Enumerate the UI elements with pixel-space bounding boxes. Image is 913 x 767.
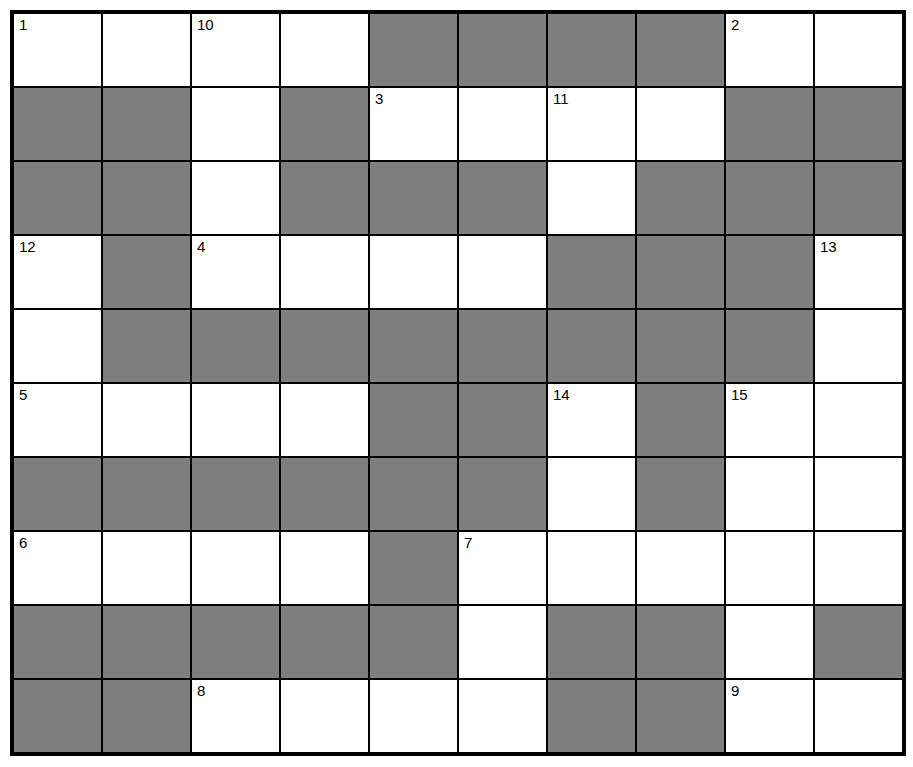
black-cell-r3c1 xyxy=(14,162,101,234)
black-cell-r10c1 xyxy=(14,680,101,752)
white-cell-r6c3[interactable] xyxy=(192,384,279,456)
white-cell-r1c3[interactable]: 10 xyxy=(192,14,279,86)
black-cell-r10c8 xyxy=(637,680,724,752)
black-cell-r6c6 xyxy=(459,384,546,456)
white-cell-r8c3[interactable] xyxy=(192,532,279,604)
white-cell-r8c7[interactable] xyxy=(548,532,635,604)
black-cell-r9c3 xyxy=(192,606,279,678)
black-cell-r1c7 xyxy=(548,14,635,86)
white-cell-r2c3[interactable] xyxy=(192,88,279,160)
black-cell-r5c5 xyxy=(370,310,457,382)
black-cell-r3c8 xyxy=(637,162,724,234)
clue-number-4: 4 xyxy=(197,238,205,255)
black-cell-r7c8 xyxy=(637,458,724,530)
black-cell-r9c8 xyxy=(637,606,724,678)
black-cell-r7c5 xyxy=(370,458,457,530)
black-cell-r2c9 xyxy=(726,88,813,160)
clue-number-13: 13 xyxy=(820,238,837,255)
clue-number-5: 5 xyxy=(19,386,27,403)
black-cell-r4c2 xyxy=(103,236,190,308)
black-cell-r5c2 xyxy=(103,310,190,382)
clue-number-14: 14 xyxy=(553,386,570,403)
white-cell-r10c5[interactable] xyxy=(370,680,457,752)
white-cell-r4c10[interactable]: 13 xyxy=(815,236,902,308)
white-cell-r5c1[interactable] xyxy=(14,310,101,382)
white-cell-r1c4[interactable] xyxy=(281,14,368,86)
black-cell-r7c3 xyxy=(192,458,279,530)
white-cell-r1c2[interactable] xyxy=(103,14,190,86)
white-cell-r2c6[interactable] xyxy=(459,88,546,160)
black-cell-r8c5 xyxy=(370,532,457,604)
crossword-board: 110231112413514156789 xyxy=(10,10,906,756)
black-cell-r6c8 xyxy=(637,384,724,456)
black-cell-r2c2 xyxy=(103,88,190,160)
clue-number-11: 11 xyxy=(553,90,569,107)
black-cell-r5c3 xyxy=(192,310,279,382)
black-cell-r4c7 xyxy=(548,236,635,308)
white-cell-r6c9[interactable]: 15 xyxy=(726,384,813,456)
white-cell-r6c7[interactable]: 14 xyxy=(548,384,635,456)
clue-number-6: 6 xyxy=(19,534,27,551)
black-cell-r3c5 xyxy=(370,162,457,234)
black-cell-r5c6 xyxy=(459,310,546,382)
black-cell-r1c8 xyxy=(637,14,724,86)
black-cell-r9c5 xyxy=(370,606,457,678)
white-cell-r10c3[interactable]: 8 xyxy=(192,680,279,752)
white-cell-r1c1[interactable]: 1 xyxy=(14,14,101,86)
clue-number-7: 7 xyxy=(464,534,472,551)
black-cell-r9c7 xyxy=(548,606,635,678)
white-cell-r6c10[interactable] xyxy=(815,384,902,456)
clue-number-2: 2 xyxy=(731,16,739,33)
black-cell-r3c2 xyxy=(103,162,190,234)
black-cell-r10c7 xyxy=(548,680,635,752)
black-cell-r7c1 xyxy=(14,458,101,530)
white-cell-r6c2[interactable] xyxy=(103,384,190,456)
white-cell-r7c10[interactable] xyxy=(815,458,902,530)
white-cell-r10c6[interactable] xyxy=(459,680,546,752)
black-cell-r2c10 xyxy=(815,88,902,160)
black-cell-r9c1 xyxy=(14,606,101,678)
white-cell-r10c10[interactable] xyxy=(815,680,902,752)
white-cell-r7c7[interactable] xyxy=(548,458,635,530)
clue-number-8: 8 xyxy=(197,682,205,699)
black-cell-r5c7 xyxy=(548,310,635,382)
black-cell-r3c10 xyxy=(815,162,902,234)
white-cell-r1c10[interactable] xyxy=(815,14,902,86)
white-cell-r9c6[interactable] xyxy=(459,606,546,678)
white-cell-r4c6[interactable] xyxy=(459,236,546,308)
white-cell-r8c1[interactable]: 6 xyxy=(14,532,101,604)
black-cell-r6c5 xyxy=(370,384,457,456)
white-cell-r8c4[interactable] xyxy=(281,532,368,604)
black-cell-r9c10 xyxy=(815,606,902,678)
white-cell-r8c6[interactable]: 7 xyxy=(459,532,546,604)
white-cell-r8c2[interactable] xyxy=(103,532,190,604)
clue-number-15: 15 xyxy=(731,386,748,403)
black-cell-r9c2 xyxy=(103,606,190,678)
white-cell-r7c9[interactable] xyxy=(726,458,813,530)
black-cell-r5c9 xyxy=(726,310,813,382)
white-cell-r4c1[interactable]: 12 xyxy=(14,236,101,308)
white-cell-r5c10[interactable] xyxy=(815,310,902,382)
black-cell-r5c8 xyxy=(637,310,724,382)
black-cell-r1c6 xyxy=(459,14,546,86)
white-cell-r10c9[interactable]: 9 xyxy=(726,680,813,752)
black-cell-r10c2 xyxy=(103,680,190,752)
black-cell-r2c4 xyxy=(281,88,368,160)
black-cell-r9c4 xyxy=(281,606,368,678)
black-cell-r3c9 xyxy=(726,162,813,234)
white-cell-r2c7[interactable]: 11 xyxy=(548,88,635,160)
black-cell-r4c9 xyxy=(726,236,813,308)
clue-number-9: 9 xyxy=(731,682,739,699)
black-cell-r1c5 xyxy=(370,14,457,86)
white-cell-r8c8[interactable] xyxy=(637,532,724,604)
white-cell-r2c5[interactable]: 3 xyxy=(370,88,457,160)
white-cell-r6c4[interactable] xyxy=(281,384,368,456)
white-cell-r10c4[interactable] xyxy=(281,680,368,752)
clue-number-10: 10 xyxy=(197,16,214,33)
white-cell-r4c5[interactable] xyxy=(370,236,457,308)
white-cell-r6c1[interactable]: 5 xyxy=(14,384,101,456)
clue-number-12: 12 xyxy=(19,238,36,255)
black-cell-r7c4 xyxy=(281,458,368,530)
white-cell-r9c9[interactable] xyxy=(726,606,813,678)
white-cell-r4c4[interactable] xyxy=(281,236,368,308)
clue-number-1: 1 xyxy=(19,16,27,33)
black-cell-r5c4 xyxy=(281,310,368,382)
crossword-grid: 110231112413514156789 xyxy=(10,10,906,756)
black-cell-r7c6 xyxy=(459,458,546,530)
black-cell-r7c2 xyxy=(103,458,190,530)
black-cell-r2c1 xyxy=(14,88,101,160)
white-cell-r4c3[interactable]: 4 xyxy=(192,236,279,308)
black-cell-r3c6 xyxy=(459,162,546,234)
white-cell-r1c9[interactable]: 2 xyxy=(726,14,813,86)
white-cell-r2c8[interactable] xyxy=(637,88,724,160)
white-cell-r8c10[interactable] xyxy=(815,532,902,604)
white-cell-r3c3[interactable] xyxy=(192,162,279,234)
black-cell-r4c8 xyxy=(637,236,724,308)
black-cell-r3c4 xyxy=(281,162,368,234)
white-cell-r8c9[interactable] xyxy=(726,532,813,604)
white-cell-r3c7[interactable] xyxy=(548,162,635,234)
clue-number-3: 3 xyxy=(375,90,383,107)
